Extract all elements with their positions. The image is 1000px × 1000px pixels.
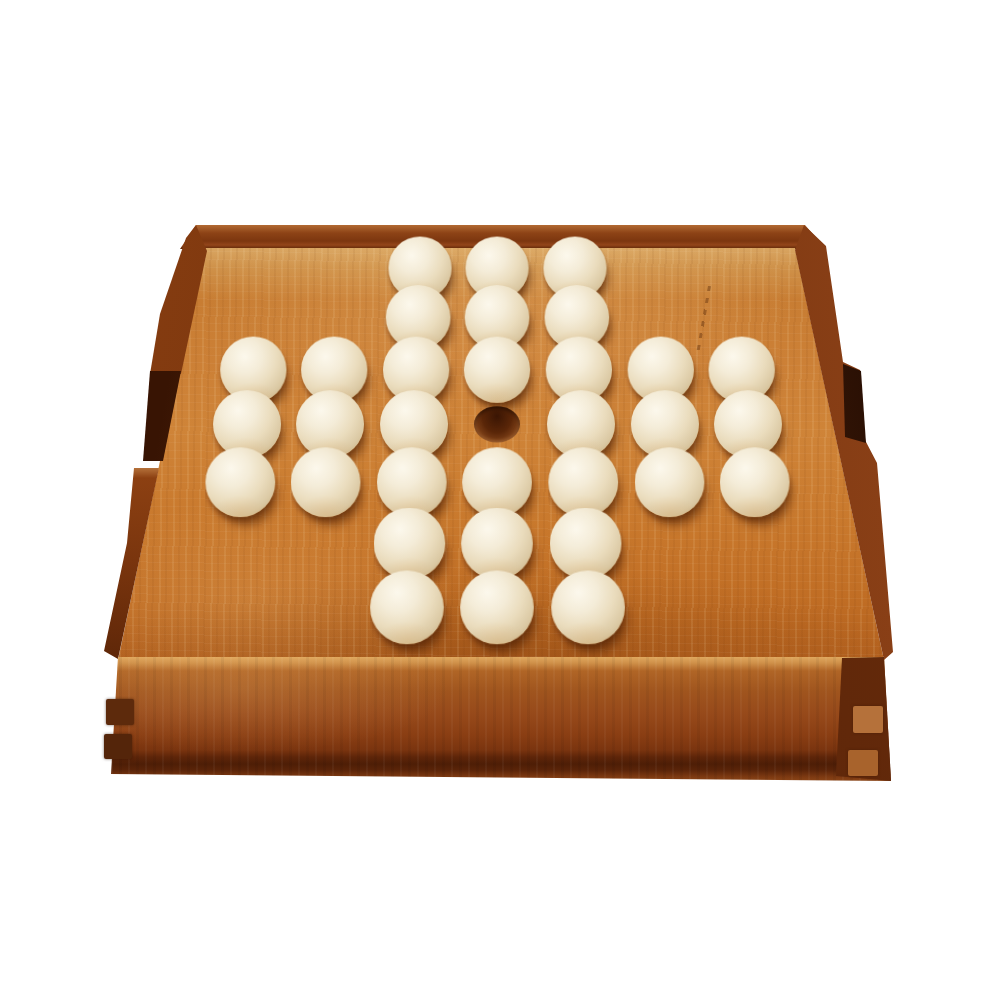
cell-e6[interactable] xyxy=(541,512,632,575)
off-board xyxy=(715,512,810,575)
marble-b5[interactable] xyxy=(291,447,361,517)
marble-g5[interactable] xyxy=(720,447,790,517)
marble-e7[interactable] xyxy=(551,571,625,645)
cell-g4[interactable] xyxy=(704,397,794,453)
finger-joint-left-2 xyxy=(104,734,132,759)
off-board xyxy=(628,512,721,575)
off-board xyxy=(694,292,779,343)
off-board xyxy=(301,244,382,292)
cell-f5[interactable] xyxy=(624,453,714,512)
product-photo: Peg Solitaire (English, 33-hole cross) —… xyxy=(0,0,1000,1000)
cell-e3[interactable] xyxy=(538,343,622,396)
solitaire-board xyxy=(176,244,819,641)
off-board xyxy=(632,575,728,641)
finger-joint-left-1 xyxy=(106,699,134,725)
cell-a5[interactable] xyxy=(193,453,286,512)
cell-f4[interactable] xyxy=(621,397,709,453)
cell-a3[interactable] xyxy=(209,343,297,396)
off-board xyxy=(268,575,364,641)
marble-c7[interactable] xyxy=(370,571,444,645)
cell-d5[interactable] xyxy=(454,453,541,512)
marble-c6[interactable] xyxy=(373,507,445,579)
cell-b3[interactable] xyxy=(291,343,377,396)
cell-c6[interactable] xyxy=(363,512,454,575)
cell-e7[interactable] xyxy=(542,575,635,641)
cell-c7[interactable] xyxy=(360,575,453,641)
off-board xyxy=(721,575,819,641)
cell-b5[interactable] xyxy=(280,453,370,512)
cell-a4[interactable] xyxy=(201,397,291,453)
cell-c5[interactable] xyxy=(367,453,455,512)
cell-b4[interactable] xyxy=(286,397,374,453)
finger-joint-right-2 xyxy=(848,750,878,776)
cell-d6[interactable] xyxy=(453,512,542,575)
marble-f5[interactable] xyxy=(634,447,704,517)
cell-g3[interactable] xyxy=(699,343,787,396)
cell-c3[interactable] xyxy=(374,343,458,396)
off-board xyxy=(689,244,772,292)
marble-d6[interactable] xyxy=(462,507,534,579)
cell-e4[interactable] xyxy=(539,397,625,453)
cell-e5[interactable] xyxy=(540,453,628,512)
cell-c4[interactable] xyxy=(370,397,456,453)
off-board xyxy=(296,292,379,343)
off-board xyxy=(615,292,698,343)
cell-d7[interactable] xyxy=(452,575,544,641)
off-board xyxy=(216,292,301,343)
off-board xyxy=(274,512,367,575)
off-board xyxy=(223,244,306,292)
marble-e6[interactable] xyxy=(550,507,622,579)
off-board xyxy=(612,244,693,292)
off-board xyxy=(176,575,274,641)
cell-f3[interactable] xyxy=(618,343,704,396)
marble-d7[interactable] xyxy=(461,571,535,645)
off-board xyxy=(185,512,280,575)
empty-hole-d4[interactable] xyxy=(474,406,520,442)
cell-g5[interactable] xyxy=(709,453,802,512)
cell-d3[interactable] xyxy=(456,343,539,396)
marble-a5[interactable] xyxy=(205,447,275,517)
marble-d3[interactable] xyxy=(464,337,530,403)
cell-d4[interactable] xyxy=(455,397,540,453)
finger-joint-right-1 xyxy=(853,706,883,733)
